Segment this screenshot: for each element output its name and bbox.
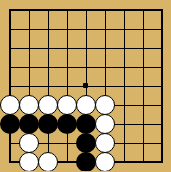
intersection-ai[interactable] xyxy=(0,152,19,171)
intersection-cg[interactable]: ● xyxy=(38,114,57,133)
intersection-gc[interactable] xyxy=(114,38,133,57)
intersection-eh[interactable]: ● xyxy=(76,133,95,152)
star-point xyxy=(83,83,88,88)
white-stone: ○ xyxy=(95,152,115,172)
intersection-ad[interactable] xyxy=(0,57,19,76)
intersection-fg[interactable]: ○ xyxy=(95,114,114,133)
intersection-ci[interactable]: ○ xyxy=(38,152,57,171)
intersection-ef[interactable]: ○ xyxy=(76,95,95,114)
intersection-gh[interactable] xyxy=(114,133,133,152)
intersection-de[interactable] xyxy=(57,76,76,95)
go-board: ○○○○○○●●●●●○○●○○○●○ xyxy=(0,0,171,171)
intersection-ag[interactable]: ● xyxy=(0,114,19,133)
intersection-id[interactable] xyxy=(152,57,171,76)
intersection-ei[interactable]: ● xyxy=(76,152,95,171)
black-stone: ● xyxy=(0,114,20,134)
intersection-ae[interactable] xyxy=(0,76,19,95)
intersection-fa[interactable] xyxy=(95,0,114,19)
intersection-gd[interactable] xyxy=(114,57,133,76)
intersection-cb[interactable] xyxy=(38,19,57,38)
intersection-bg[interactable]: ● xyxy=(19,114,38,133)
intersection-cf[interactable]: ○ xyxy=(38,95,57,114)
intersection-dd[interactable] xyxy=(57,57,76,76)
intersection-ih[interactable] xyxy=(152,133,171,152)
white-stone: ○ xyxy=(19,133,39,153)
white-stone: ○ xyxy=(95,95,115,115)
intersection-bb[interactable] xyxy=(19,19,38,38)
intersection-dh[interactable] xyxy=(57,133,76,152)
intersection-df[interactable]: ○ xyxy=(57,95,76,114)
white-stone: ○ xyxy=(38,95,58,115)
white-stone: ○ xyxy=(19,152,39,172)
white-stone: ○ xyxy=(76,95,96,115)
intersection-ac[interactable] xyxy=(0,38,19,57)
intersection-ha[interactable] xyxy=(133,0,152,19)
intersection-cc[interactable] xyxy=(38,38,57,57)
intersection-hi[interactable] xyxy=(133,152,152,171)
intersection-ba[interactable] xyxy=(19,0,38,19)
intersection-hc[interactable] xyxy=(133,38,152,57)
intersection-ib[interactable] xyxy=(152,19,171,38)
intersection-gg[interactable] xyxy=(114,114,133,133)
intersection-be[interactable] xyxy=(19,76,38,95)
white-stone: ○ xyxy=(38,152,58,172)
intersection-fb[interactable] xyxy=(95,19,114,38)
intersection-db[interactable] xyxy=(57,19,76,38)
intersection-ca[interactable] xyxy=(38,0,57,19)
intersection-ig[interactable] xyxy=(152,114,171,133)
white-stone: ○ xyxy=(0,95,20,115)
intersection-di[interactable] xyxy=(57,152,76,171)
intersection-ec[interactable] xyxy=(76,38,95,57)
white-stone: ○ xyxy=(95,114,115,134)
intersection-aa[interactable] xyxy=(0,0,19,19)
black-stone: ● xyxy=(76,133,96,153)
intersection-ii[interactable] xyxy=(152,152,171,171)
intersection-ah[interactable] xyxy=(0,133,19,152)
black-stone: ● xyxy=(19,114,39,134)
intersection-if[interactable] xyxy=(152,95,171,114)
intersection-bc[interactable] xyxy=(19,38,38,57)
intersection-bf[interactable]: ○ xyxy=(19,95,38,114)
intersection-fi[interactable]: ○ xyxy=(95,152,114,171)
intersection-eb[interactable] xyxy=(76,19,95,38)
black-stone: ● xyxy=(57,114,77,134)
intersection-ie[interactable] xyxy=(152,76,171,95)
intersection-ce[interactable] xyxy=(38,76,57,95)
intersection-hd[interactable] xyxy=(133,57,152,76)
intersection-dc[interactable] xyxy=(57,38,76,57)
intersection-hh[interactable] xyxy=(133,133,152,152)
intersection-ch[interactable] xyxy=(38,133,57,152)
intersection-gf[interactable] xyxy=(114,95,133,114)
intersection-ga[interactable] xyxy=(114,0,133,19)
intersection-dg[interactable]: ● xyxy=(57,114,76,133)
intersection-da[interactable] xyxy=(57,0,76,19)
intersection-bi[interactable]: ○ xyxy=(19,152,38,171)
intersection-fh[interactable]: ○ xyxy=(95,133,114,152)
black-stone: ● xyxy=(76,152,96,172)
intersection-ea[interactable] xyxy=(76,0,95,19)
intersection-hf[interactable] xyxy=(133,95,152,114)
black-stone: ● xyxy=(76,114,96,134)
intersection-he[interactable] xyxy=(133,76,152,95)
intersection-hb[interactable] xyxy=(133,19,152,38)
intersection-bd[interactable] xyxy=(19,57,38,76)
intersection-ia[interactable] xyxy=(152,0,171,19)
white-stone: ○ xyxy=(95,133,115,153)
white-stone: ○ xyxy=(57,95,77,115)
intersection-ff[interactable]: ○ xyxy=(95,95,114,114)
intersection-gi[interactable] xyxy=(114,152,133,171)
white-stone: ○ xyxy=(19,95,39,115)
intersection-ic[interactable] xyxy=(152,38,171,57)
intersection-ed[interactable] xyxy=(76,57,95,76)
intersection-bh[interactable]: ○ xyxy=(19,133,38,152)
intersection-ab[interactable] xyxy=(0,19,19,38)
intersection-cd[interactable] xyxy=(38,57,57,76)
intersection-fd[interactable] xyxy=(95,57,114,76)
intersection-af[interactable]: ○ xyxy=(0,95,19,114)
intersection-fe[interactable] xyxy=(95,76,114,95)
intersection-hg[interactable] xyxy=(133,114,152,133)
intersection-eg[interactable]: ● xyxy=(76,114,95,133)
intersection-gb[interactable] xyxy=(114,19,133,38)
black-stone: ● xyxy=(38,114,58,134)
intersection-fc[interactable] xyxy=(95,38,114,57)
intersection-ge[interactable] xyxy=(114,76,133,95)
